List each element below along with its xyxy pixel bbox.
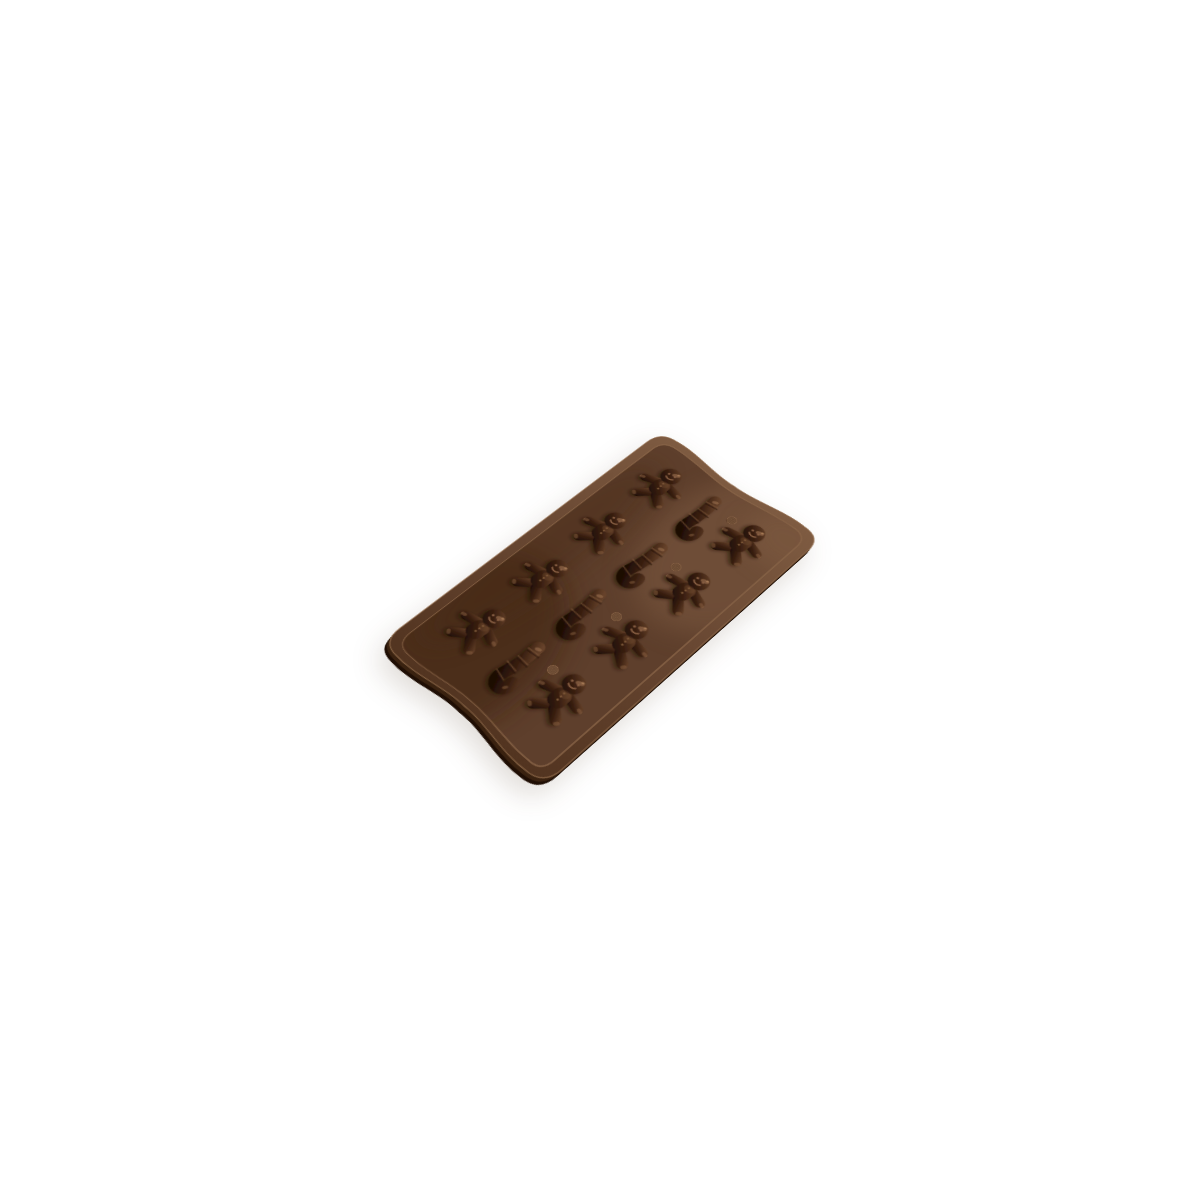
product-photo: Brown silicone chocolate mould tray with… bbox=[0, 0, 1200, 1200]
chocolate-mould-tray-wrapper: Brown silicone chocolate mould tray with… bbox=[0, 0, 1200, 1200]
mould-illustration: Brown silicone chocolate mould tray with… bbox=[381, 431, 822, 786]
chocolate-mould-tray: Brown silicone chocolate mould tray with… bbox=[381, 431, 822, 786]
